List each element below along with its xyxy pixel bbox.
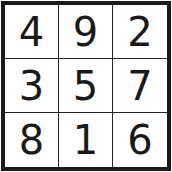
cell-r1c2: 7 <box>113 59 167 113</box>
cell-r0c1: 9 <box>59 5 113 59</box>
magic-square-board: 4 9 2 3 5 7 8 1 6 <box>1 1 171 171</box>
cell-r0c2: 2 <box>113 5 167 59</box>
cell-r1c1: 5 <box>59 59 113 113</box>
cell-r1c0: 3 <box>5 59 59 113</box>
cell-r2c0: 8 <box>5 113 59 167</box>
cell-r2c1: 1 <box>59 113 113 167</box>
cell-r2c2: 6 <box>113 113 167 167</box>
cell-r0c0: 4 <box>5 5 59 59</box>
